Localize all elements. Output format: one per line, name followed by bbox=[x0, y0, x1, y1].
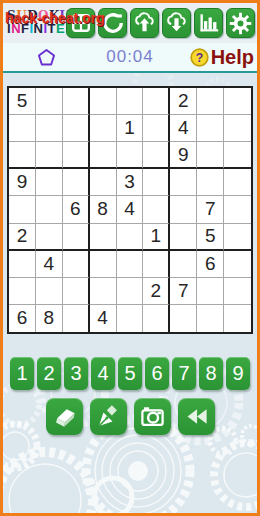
cell-r6c8[interactable]: 5 bbox=[197, 224, 224, 251]
cell-r9c5[interactable] bbox=[117, 305, 144, 332]
numpad-2[interactable]: 2 bbox=[37, 357, 61, 390]
cell-r2c1[interactable] bbox=[9, 115, 36, 142]
cell-r4c7[interactable] bbox=[170, 169, 197, 196]
cell-r8c3[interactable] bbox=[63, 278, 90, 305]
stats-chart-icon bbox=[198, 12, 220, 34]
cell-r4c3[interactable] bbox=[63, 169, 90, 196]
cell-r3c4[interactable] bbox=[90, 142, 117, 169]
numpad-4[interactable]: 4 bbox=[91, 357, 115, 390]
cell-r2c8[interactable] bbox=[197, 115, 224, 142]
numpad-6[interactable]: 6 bbox=[145, 357, 169, 390]
help-button[interactable]: ? Help bbox=[189, 46, 257, 69]
cell-r3c9[interactable] bbox=[224, 142, 251, 169]
cell-r9c9[interactable] bbox=[224, 305, 251, 332]
cloud-upload-button[interactable] bbox=[130, 8, 159, 38]
cell-r1c7[interactable]: 2 bbox=[170, 88, 197, 115]
numpad-9[interactable]: 9 bbox=[226, 357, 250, 390]
cell-r9c6[interactable] bbox=[143, 305, 170, 332]
cell-r3c7[interactable]: 9 bbox=[170, 142, 197, 169]
cell-r9c8[interactable] bbox=[197, 305, 224, 332]
rewind-icon bbox=[183, 403, 210, 430]
sudoku-app-window: hack-cheat.org SUDOKU INFINITE bbox=[0, 0, 260, 516]
cell-r6c7[interactable] bbox=[170, 224, 197, 251]
cell-r7c7[interactable] bbox=[170, 251, 197, 278]
cell-r2c9[interactable] bbox=[224, 115, 251, 142]
cell-r1c4[interactable] bbox=[90, 88, 117, 115]
cell-r7c9[interactable] bbox=[224, 251, 251, 278]
number-pad: 123456789 bbox=[3, 357, 257, 390]
cell-r7c5[interactable] bbox=[117, 251, 144, 278]
cell-r5c5[interactable]: 4 bbox=[117, 196, 144, 223]
camera-button[interactable] bbox=[134, 398, 171, 435]
restart-button[interactable] bbox=[98, 8, 127, 38]
cell-r6c5[interactable] bbox=[117, 224, 144, 251]
cell-r2c6[interactable] bbox=[143, 115, 170, 142]
cell-r5c2[interactable] bbox=[36, 196, 63, 223]
top-toolbar: SUDOKU INFINITE bbox=[3, 3, 257, 43]
cell-r4c9[interactable] bbox=[224, 169, 251, 196]
cell-r9c4[interactable]: 4 bbox=[90, 305, 117, 332]
board-select-button[interactable] bbox=[66, 8, 95, 38]
cell-r8c6[interactable]: 2 bbox=[143, 278, 170, 305]
cell-r5c9[interactable] bbox=[224, 196, 251, 223]
rewind-button[interactable] bbox=[178, 398, 215, 435]
numpad-5[interactable]: 5 bbox=[118, 357, 142, 390]
cell-r6c3[interactable] bbox=[63, 224, 90, 251]
cell-r4c6[interactable] bbox=[143, 169, 170, 196]
settings-button[interactable] bbox=[226, 8, 255, 38]
cell-r9c3[interactable] bbox=[63, 305, 90, 332]
cell-r4c4[interactable] bbox=[90, 169, 117, 196]
cell-r8c2[interactable] bbox=[36, 278, 63, 305]
cell-r3c3[interactable] bbox=[63, 142, 90, 169]
cell-r6c2[interactable] bbox=[36, 224, 63, 251]
cell-r8c1[interactable] bbox=[9, 278, 36, 305]
cloud-download-button[interactable] bbox=[162, 8, 191, 38]
cell-r7c3[interactable] bbox=[63, 251, 90, 278]
cell-r4c5[interactable]: 3 bbox=[117, 169, 144, 196]
cell-r7c1[interactable] bbox=[9, 251, 36, 278]
pen-button[interactable] bbox=[90, 398, 127, 435]
cell-r2c4[interactable] bbox=[90, 115, 117, 142]
logo-letter: E bbox=[56, 21, 65, 36]
tool-row bbox=[3, 398, 257, 435]
cell-r1c5[interactable] bbox=[117, 88, 144, 115]
camera-icon bbox=[139, 403, 166, 430]
app-logo: SUDOKU INFINITE bbox=[5, 10, 65, 35]
cell-r3c1[interactable] bbox=[9, 142, 36, 169]
logo-letter: N bbox=[34, 21, 44, 36]
cell-r3c5[interactable] bbox=[117, 142, 144, 169]
numpad-3[interactable]: 3 bbox=[64, 357, 88, 390]
cell-r4c2[interactable] bbox=[36, 169, 63, 196]
eraser-button[interactable] bbox=[46, 398, 83, 435]
cell-r6c9[interactable] bbox=[224, 224, 251, 251]
cell-r9c1[interactable]: 6 bbox=[9, 305, 36, 332]
logo-line2: INFINITE bbox=[7, 22, 65, 35]
logo-letter: T bbox=[48, 21, 56, 36]
cell-r5c8[interactable]: 7 bbox=[197, 196, 224, 223]
cell-r2c7[interactable]: 4 bbox=[170, 115, 197, 142]
cell-r2c3[interactable] bbox=[63, 115, 90, 142]
cell-r1c9[interactable] bbox=[224, 88, 251, 115]
numpad-1[interactable]: 1 bbox=[10, 357, 34, 390]
cell-r7c6[interactable] bbox=[143, 251, 170, 278]
board-grid-icon bbox=[70, 12, 92, 34]
cell-r8c4[interactable] bbox=[90, 278, 117, 305]
cell-r7c2[interactable]: 4 bbox=[36, 251, 63, 278]
cell-r1c6[interactable] bbox=[143, 88, 170, 115]
status-bar: 00:04 ? Help bbox=[3, 43, 257, 73]
cell-r3c6[interactable] bbox=[143, 142, 170, 169]
cell-r6c4[interactable] bbox=[90, 224, 117, 251]
cell-r8c8[interactable] bbox=[197, 278, 224, 305]
toolbar-buttons bbox=[66, 8, 255, 38]
question-mark-icon: ? bbox=[189, 47, 210, 68]
sudoku-grid: 521499368472154627684 bbox=[7, 86, 253, 334]
cloud-download-icon bbox=[165, 12, 188, 35]
cell-r1c1[interactable]: 5 bbox=[9, 88, 36, 115]
cell-r8c5[interactable] bbox=[117, 278, 144, 305]
numpad-7[interactable]: 7 bbox=[172, 357, 196, 390]
cloud-upload-icon bbox=[133, 12, 156, 35]
cell-r5c7[interactable] bbox=[170, 196, 197, 223]
cell-r2c5[interactable]: 1 bbox=[117, 115, 144, 142]
eraser-icon bbox=[51, 403, 78, 430]
cell-r7c8[interactable]: 6 bbox=[197, 251, 224, 278]
cell-r3c2[interactable] bbox=[36, 142, 63, 169]
cell-r6c1[interactable]: 2 bbox=[9, 224, 36, 251]
pen-icon bbox=[95, 403, 122, 430]
cell-r5c4[interactable]: 8 bbox=[90, 196, 117, 223]
restart-icon bbox=[102, 12, 124, 34]
numpad-8[interactable]: 8 bbox=[199, 357, 223, 390]
settings-gear-icon bbox=[229, 12, 252, 35]
cell-r1c2[interactable] bbox=[36, 88, 63, 115]
cell-r4c8[interactable] bbox=[197, 169, 224, 196]
cell-r5c3[interactable]: 6 bbox=[63, 196, 90, 223]
cell-r4c1[interactable]: 9 bbox=[9, 169, 36, 196]
statistics-button[interactable] bbox=[194, 8, 223, 38]
cell-r8c7[interactable]: 7 bbox=[170, 278, 197, 305]
cell-r1c3[interactable] bbox=[63, 88, 90, 115]
cell-r5c6[interactable] bbox=[143, 196, 170, 223]
cell-r1c8[interactable] bbox=[197, 88, 224, 115]
cell-r8c9[interactable] bbox=[224, 278, 251, 305]
cell-r6c6[interactable]: 1 bbox=[143, 224, 170, 251]
logo-letter: N bbox=[11, 21, 21, 36]
cell-r5c1[interactable] bbox=[9, 196, 36, 223]
help-label: Help bbox=[211, 46, 254, 69]
cell-r9c7[interactable] bbox=[170, 305, 197, 332]
cell-r3c8[interactable] bbox=[197, 142, 224, 169]
svg-text:?: ? bbox=[195, 50, 202, 64]
cell-r2c2[interactable] bbox=[36, 115, 63, 142]
cell-r7c4[interactable] bbox=[90, 251, 117, 278]
cell-r9c2[interactable]: 8 bbox=[36, 305, 63, 332]
